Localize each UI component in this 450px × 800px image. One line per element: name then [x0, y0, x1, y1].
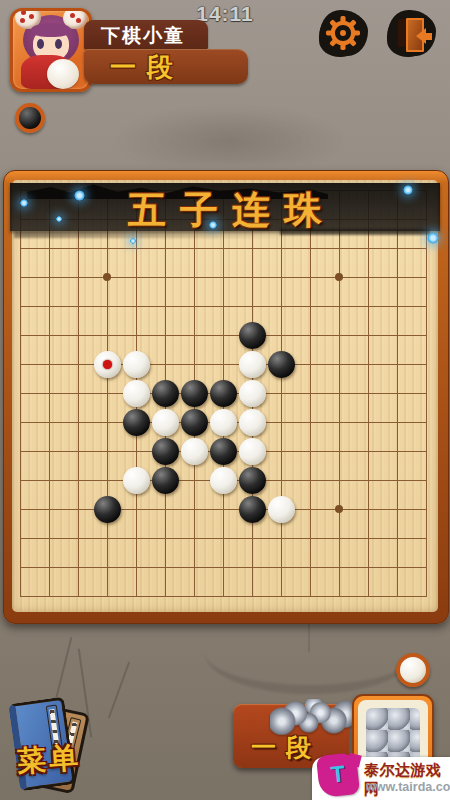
avatar-eye [55, 39, 62, 49]
watermark-site-url: www.tairda.com [366, 780, 450, 794]
black-stone-6-9 [268, 351, 295, 378]
player-rank-plate: 一段 [84, 49, 248, 84]
player-name-plate: 下棋小童 [84, 20, 208, 50]
white-stone-8-7 [210, 409, 237, 436]
white-stone-7-4 [123, 380, 150, 407]
avatar-white-stone [47, 59, 79, 89]
black-stone-8-4 [123, 409, 150, 436]
title-banner: 五子连珠 [10, 183, 440, 231]
white-stone-7-8 [239, 380, 266, 407]
star-point [335, 273, 343, 281]
black-stone-11-3 [94, 496, 121, 523]
white-stone-6-3 [94, 351, 121, 378]
player-black-stone-indicator [15, 103, 45, 133]
white-stone-10-4 [123, 467, 150, 494]
sparkle-icon [74, 190, 85, 201]
sparkle-icon [427, 232, 439, 244]
black-stone-10-5 [152, 467, 179, 494]
white-stone-9-8 [239, 438, 266, 465]
star-point [103, 273, 111, 281]
white-stone-6-8 [239, 351, 266, 378]
black-stone-10-8 [239, 467, 266, 494]
avatar-eye [37, 39, 44, 49]
player-avatar[interactable] [10, 8, 92, 92]
exit-button[interactable] [386, 8, 436, 58]
black-stone-11-8 [239, 496, 266, 523]
black-stone-9-5 [152, 438, 179, 465]
avatar-bangs [31, 23, 71, 37]
sparkle-icon [56, 216, 62, 222]
opponent-white-stone-indicator [396, 653, 430, 687]
gear-icon [326, 16, 360, 50]
white-stone-9-6 [181, 438, 208, 465]
exit-arrow-stem [424, 33, 432, 40]
ink-boat-silhouette [205, 645, 415, 694]
watermark[interactable]: T 泰尔达游戏网 www.tairda.com [312, 757, 450, 800]
ink-reed [108, 661, 130, 718]
black-stone-9-7 [210, 438, 237, 465]
sparkle-icon [130, 238, 136, 244]
white-stone-6-4 [123, 351, 150, 378]
black-stone-5-8 [239, 322, 266, 349]
black-stone-7-6 [181, 380, 208, 407]
sparkle-icon [403, 185, 413, 195]
ink-mountain-silhouette [115, 105, 345, 165]
white-stone-8-8 [239, 409, 266, 436]
white-stone-8-5 [152, 409, 179, 436]
game-screen: 14:11 下棋小童 一段 [0, 0, 450, 800]
black-stone-7-5 [152, 380, 179, 407]
menu-label[interactable]: 菜单 [16, 738, 83, 782]
white-stone-10-7 [210, 467, 237, 494]
last-move-marker [103, 360, 112, 369]
black-stone-8-6 [181, 409, 208, 436]
star-point [335, 505, 343, 513]
white-stone-11-9 [268, 496, 295, 523]
tairda-logo-icon: T [316, 752, 360, 798]
black-stone-7-7 [210, 380, 237, 407]
goban-board[interactable] [12, 180, 438, 612]
sparkle-icon [209, 221, 217, 229]
banner-shadow [14, 231, 304, 238]
sparkle-icon [20, 199, 28, 207]
captured-stones-pile [270, 699, 354, 735]
settings-button[interactable] [318, 8, 368, 58]
